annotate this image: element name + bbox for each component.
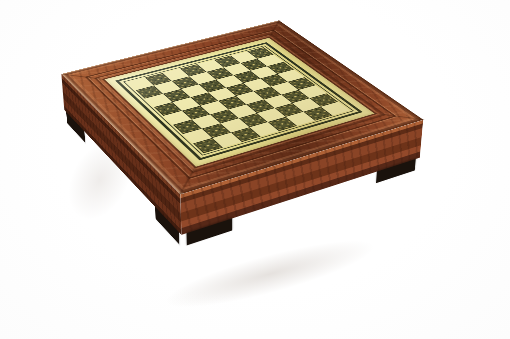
board-foot [155,207,179,244]
field-border-outer [115,42,363,160]
chess-grid [127,47,350,153]
field-border-inner [123,46,354,156]
photo-scene [0,0,510,339]
frame-miter-joint [268,20,280,38]
frame-miter-joint [375,113,424,120]
board-shadow [118,210,421,338]
board-foot [186,218,232,245]
board-foot [376,159,416,183]
